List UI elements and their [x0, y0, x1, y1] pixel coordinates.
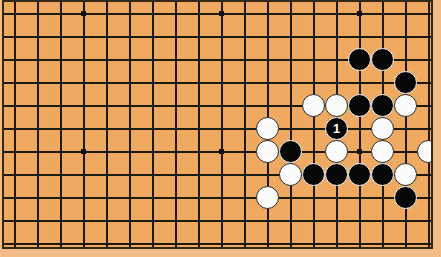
intersection [187, 186, 210, 209]
intersection [302, 163, 325, 186]
intersection [95, 140, 118, 163]
intersection [417, 232, 433, 249]
intersection [95, 186, 118, 209]
intersection [95, 48, 118, 71]
intersection [394, 48, 417, 71]
intersection [371, 232, 394, 249]
intersection [348, 48, 371, 71]
intersection [95, 71, 118, 94]
intersection [49, 186, 72, 209]
intersection [187, 140, 210, 163]
intersection [233, 117, 256, 140]
intersection [394, 140, 417, 163]
intersection [72, 94, 95, 117]
move-1-stone: 1 [325, 117, 348, 140]
star-point [219, 11, 224, 16]
intersection [187, 71, 210, 94]
intersection: 1 [325, 117, 348, 140]
intersection [141, 71, 164, 94]
white-stone [371, 117, 394, 140]
intersection [210, 186, 233, 209]
intersection [95, 25, 118, 48]
white-stone [325, 140, 348, 163]
black-stone [348, 94, 371, 117]
white-stone [279, 163, 302, 186]
intersection [164, 140, 187, 163]
intersection [164, 117, 187, 140]
intersection [141, 186, 164, 209]
intersection [141, 209, 164, 232]
intersection [95, 2, 118, 25]
black-stone [371, 94, 394, 117]
intersection [279, 163, 302, 186]
intersection [141, 94, 164, 117]
intersection [279, 209, 302, 232]
black-stone [325, 163, 348, 186]
intersection [348, 117, 371, 140]
intersection [371, 71, 394, 94]
intersection [3, 48, 26, 71]
intersection [279, 48, 302, 71]
intersection [394, 117, 417, 140]
intersection [348, 25, 371, 48]
intersection [187, 94, 210, 117]
intersection [118, 232, 141, 249]
star-point [357, 11, 362, 16]
intersection [26, 25, 49, 48]
intersection [371, 140, 394, 163]
intersection [417, 163, 433, 186]
intersection [3, 2, 26, 25]
intersection [3, 71, 26, 94]
intersection [141, 232, 164, 249]
intersection [371, 209, 394, 232]
intersection [26, 2, 49, 25]
intersection [302, 186, 325, 209]
intersection [348, 2, 371, 25]
intersection [118, 2, 141, 25]
intersection [118, 163, 141, 186]
intersection [371, 25, 394, 48]
intersection [72, 232, 95, 249]
intersection [302, 94, 325, 117]
intersection [417, 94, 433, 117]
white-stone [302, 94, 325, 117]
intersection [26, 140, 49, 163]
intersection [187, 117, 210, 140]
intersection [302, 71, 325, 94]
star-point [219, 149, 224, 154]
intersection [118, 71, 141, 94]
intersection [187, 209, 210, 232]
intersection [95, 209, 118, 232]
white-stone [394, 163, 417, 186]
intersection [279, 117, 302, 140]
intersection [256, 2, 279, 25]
intersection [325, 209, 348, 232]
intersection [210, 71, 233, 94]
intersection [417, 209, 433, 232]
intersection [371, 48, 394, 71]
black-stone [371, 163, 394, 186]
intersection [233, 2, 256, 25]
intersection [279, 25, 302, 48]
intersection [233, 48, 256, 71]
intersection [26, 186, 49, 209]
intersection [371, 117, 394, 140]
intersection [256, 209, 279, 232]
intersection [302, 2, 325, 25]
board: 1 [2, 0, 433, 249]
intersection [72, 209, 95, 232]
intersection [49, 232, 72, 249]
intersection [325, 25, 348, 48]
intersection [118, 186, 141, 209]
intersection [95, 117, 118, 140]
intersection [26, 232, 49, 249]
intersection [210, 117, 233, 140]
intersection [325, 71, 348, 94]
intersection [118, 209, 141, 232]
intersection [49, 25, 72, 48]
white-stone [256, 117, 279, 140]
intersection [394, 232, 417, 249]
intersection [26, 48, 49, 71]
white-stone [371, 140, 394, 163]
intersection [302, 48, 325, 71]
intersection [371, 163, 394, 186]
intersection [187, 2, 210, 25]
intersection [164, 25, 187, 48]
intersection [302, 140, 325, 163]
intersection [325, 2, 348, 25]
intersection [26, 163, 49, 186]
intersection [164, 71, 187, 94]
black-stone [348, 163, 371, 186]
intersection [256, 232, 279, 249]
intersection [3, 25, 26, 48]
intersection [256, 25, 279, 48]
intersection [417, 48, 433, 71]
intersection [95, 94, 118, 117]
intersection [302, 117, 325, 140]
intersection [233, 94, 256, 117]
black-stone [348, 48, 371, 71]
intersection [325, 163, 348, 186]
intersection [279, 232, 302, 249]
intersection [187, 232, 210, 249]
intersection [72, 163, 95, 186]
intersection [141, 25, 164, 48]
intersection [3, 94, 26, 117]
intersection [118, 25, 141, 48]
intersection [371, 94, 394, 117]
intersection [164, 48, 187, 71]
intersection [187, 25, 210, 48]
intersection [3, 186, 26, 209]
intersection [371, 186, 394, 209]
intersection [394, 71, 417, 94]
intersection [3, 232, 26, 249]
intersection [302, 25, 325, 48]
intersection [325, 94, 348, 117]
intersection [394, 209, 417, 232]
intersection [256, 140, 279, 163]
intersection [141, 48, 164, 71]
intersection [72, 140, 95, 163]
intersection [72, 25, 95, 48]
board-grid: 1 [3, 2, 433, 249]
intersection [279, 94, 302, 117]
intersection [348, 163, 371, 186]
intersection [49, 117, 72, 140]
intersection [394, 94, 417, 117]
black-stone [371, 48, 394, 71]
intersection [302, 209, 325, 232]
intersection [279, 140, 302, 163]
star-point [81, 11, 86, 16]
white-stone [394, 94, 417, 117]
star-point [81, 149, 86, 154]
intersection [141, 163, 164, 186]
intersection [72, 186, 95, 209]
intersection [233, 163, 256, 186]
intersection [187, 48, 210, 71]
intersection [118, 117, 141, 140]
intersection [256, 186, 279, 209]
move-number-label: 1 [333, 122, 340, 135]
intersection [49, 163, 72, 186]
intersection [49, 71, 72, 94]
intersection [95, 232, 118, 249]
intersection [233, 186, 256, 209]
intersection [210, 48, 233, 71]
intersection [210, 232, 233, 249]
intersection [348, 232, 371, 249]
intersection [95, 163, 118, 186]
intersection [49, 2, 72, 25]
intersection [26, 71, 49, 94]
intersection [348, 140, 371, 163]
intersection [49, 94, 72, 117]
intersection [417, 71, 433, 94]
intersection [256, 71, 279, 94]
black-stone [394, 71, 417, 94]
intersection [325, 48, 348, 71]
intersection [279, 71, 302, 94]
intersection [26, 94, 49, 117]
intersection [348, 186, 371, 209]
intersection [141, 117, 164, 140]
intersection [118, 48, 141, 71]
intersection [164, 186, 187, 209]
white-stone [325, 94, 348, 117]
intersection [210, 209, 233, 232]
intersection [210, 94, 233, 117]
black-stone [279, 140, 302, 163]
intersection [417, 25, 433, 48]
star-point [357, 149, 362, 154]
intersection [325, 232, 348, 249]
intersection [279, 186, 302, 209]
intersection [256, 94, 279, 117]
intersection [49, 209, 72, 232]
intersection [394, 163, 417, 186]
intersection [417, 2, 433, 25]
intersection [72, 2, 95, 25]
intersection [348, 94, 371, 117]
white-stone [256, 140, 279, 163]
black-stone [302, 163, 325, 186]
intersection [3, 209, 26, 232]
intersection [187, 163, 210, 186]
intersection [72, 117, 95, 140]
intersection [210, 25, 233, 48]
intersection [279, 2, 302, 25]
intersection [3, 163, 26, 186]
white-stone [417, 140, 433, 163]
intersection [256, 117, 279, 140]
intersection [210, 163, 233, 186]
intersection [118, 140, 141, 163]
intersection [417, 186, 433, 209]
intersection [394, 2, 417, 25]
intersection [325, 140, 348, 163]
intersection [210, 2, 233, 25]
intersection [233, 140, 256, 163]
intersection [325, 186, 348, 209]
intersection [417, 117, 433, 140]
go-diagram: 1 [0, 0, 441, 257]
intersection [233, 71, 256, 94]
intersection [164, 209, 187, 232]
intersection [256, 48, 279, 71]
intersection [3, 117, 26, 140]
intersection [164, 94, 187, 117]
intersection [302, 232, 325, 249]
intersection [164, 163, 187, 186]
intersection [348, 71, 371, 94]
intersection [417, 140, 433, 163]
intersection [164, 232, 187, 249]
intersection [3, 140, 26, 163]
intersection [118, 94, 141, 117]
intersection [26, 209, 49, 232]
intersection [26, 117, 49, 140]
intersection [233, 232, 256, 249]
black-stone [394, 186, 417, 209]
intersection [256, 163, 279, 186]
intersection [348, 209, 371, 232]
intersection [49, 140, 72, 163]
intersection [72, 71, 95, 94]
intersection [141, 2, 164, 25]
intersection [210, 140, 233, 163]
intersection [233, 25, 256, 48]
intersection [141, 140, 164, 163]
white-stone [256, 186, 279, 209]
intersection [394, 25, 417, 48]
intersection [49, 48, 72, 71]
intersection [371, 2, 394, 25]
intersection [233, 209, 256, 232]
intersection [72, 48, 95, 71]
intersection [394, 186, 417, 209]
intersection [164, 2, 187, 25]
